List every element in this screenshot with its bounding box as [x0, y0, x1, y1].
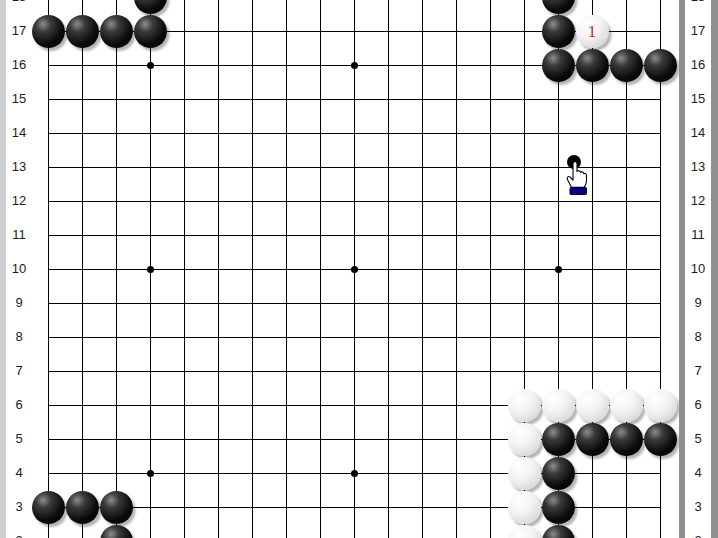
- row-label-right: 4: [685, 465, 711, 481]
- row-label-left: 16: [6, 57, 32, 73]
- row-label-left: 17: [6, 23, 32, 39]
- star-point: [147, 266, 154, 273]
- star-point: [147, 470, 154, 477]
- row-label-right: 6: [685, 397, 711, 413]
- grid-line-h: [48, 99, 661, 100]
- row-label-right: 12: [685, 193, 711, 209]
- black-stone-C2[interactable]: [100, 525, 133, 538]
- row-label-left: 6: [6, 397, 32, 413]
- black-stone-B3[interactable]: [66, 491, 99, 524]
- black-stone-R5[interactable]: [576, 423, 609, 456]
- row-label-left: 5: [6, 431, 32, 447]
- black-stone-Q2[interactable]: [542, 525, 575, 538]
- black-stone-A3[interactable]: [32, 491, 65, 524]
- white-stone-R6[interactable]: [576, 389, 609, 422]
- row-label-right: 9: [685, 295, 711, 311]
- black-stone-S5[interactable]: [610, 423, 643, 456]
- grid-line-h: [48, 337, 661, 338]
- white-stone-P5[interactable]: [508, 423, 541, 456]
- grid-line-h: [48, 371, 661, 372]
- white-stone-R17[interactable]: 1: [576, 15, 609, 48]
- row-label-right: 7: [685, 363, 711, 379]
- black-stone-D17[interactable]: [134, 15, 167, 48]
- grid-line-h: [48, 133, 661, 134]
- row-label-right: 17: [685, 23, 711, 39]
- row-label-right: 10: [685, 261, 711, 277]
- grid-line-h: [48, 303, 661, 304]
- black-stone-C17[interactable]: [100, 15, 133, 48]
- row-label-right: 11: [685, 227, 711, 243]
- row-label-right: 15: [685, 91, 711, 107]
- white-stone-P3[interactable]: [508, 491, 541, 524]
- grid-line-h: [48, 235, 661, 236]
- row-label-right: 8: [685, 329, 711, 345]
- row-label-right: 16: [685, 57, 711, 73]
- row-label-left: 15: [6, 91, 32, 107]
- row-label-left: 10: [6, 261, 32, 277]
- move-number-label: 1: [588, 23, 597, 40]
- black-stone-T16[interactable]: [644, 49, 677, 82]
- row-label-left: 4: [6, 465, 32, 481]
- black-stone-Q16[interactable]: [542, 49, 575, 82]
- row-label-left: 14: [6, 125, 32, 141]
- black-stone-R16[interactable]: [576, 49, 609, 82]
- board-right-splitter[interactable]: [679, 0, 685, 538]
- white-stone-S6[interactable]: [610, 389, 643, 422]
- black-stone-D18[interactable]: [134, 0, 167, 14]
- black-stone-T5[interactable]: [644, 423, 677, 456]
- row-label-left: 7: [6, 363, 32, 379]
- white-stone-P6[interactable]: [508, 389, 541, 422]
- row-label-left: 12: [6, 193, 32, 209]
- row-label-left: 9: [6, 295, 32, 311]
- hand-cursor-icon: [560, 151, 592, 197]
- black-stone-Q18[interactable]: [542, 0, 575, 14]
- row-label-right: 18: [685, 0, 711, 5]
- row-label-left: 2: [6, 533, 32, 538]
- row-label-right: 2: [685, 533, 711, 538]
- black-stone-S16[interactable]: [610, 49, 643, 82]
- row-label-right: 13: [685, 159, 711, 175]
- star-point: [351, 62, 358, 69]
- black-stone-A17[interactable]: [32, 15, 65, 48]
- left-edge-bar: [0, 0, 6, 538]
- go-app-window: 1818171716161515141413131212111110109988…: [0, 0, 718, 538]
- star-point: [351, 470, 358, 477]
- star-point: [351, 266, 358, 273]
- row-label-left: 8: [6, 329, 32, 345]
- black-stone-C3[interactable]: [100, 491, 133, 524]
- row-label-left: 13: [6, 159, 32, 175]
- row-label-left: 18: [6, 0, 32, 5]
- black-stone-Q5[interactable]: [542, 423, 575, 456]
- star-point: [147, 62, 154, 69]
- white-stone-Q6[interactable]: [542, 389, 575, 422]
- white-stone-P2[interactable]: [508, 525, 541, 538]
- white-stone-T6[interactable]: [644, 389, 677, 422]
- go-board[interactable]: 1818171716161515141413131212111110109988…: [0, 0, 718, 538]
- black-stone-Q4[interactable]: [542, 457, 575, 490]
- black-stone-B17[interactable]: [66, 15, 99, 48]
- grid-line-h: [48, 201, 661, 202]
- star-point: [555, 266, 562, 273]
- row-label-left: 11: [6, 227, 32, 243]
- white-stone-P4[interactable]: [508, 457, 541, 490]
- black-stone-Q3[interactable]: [542, 491, 575, 524]
- row-label-left: 3: [6, 499, 32, 515]
- window-right-scrollbar[interactable]: [711, 0, 718, 538]
- row-label-right: 14: [685, 125, 711, 141]
- row-label-right: 5: [685, 431, 711, 447]
- row-label-right: 3: [685, 499, 711, 515]
- black-stone-Q17[interactable]: [542, 15, 575, 48]
